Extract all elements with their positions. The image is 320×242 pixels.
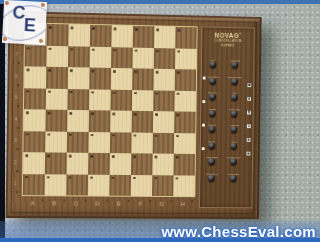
piece-sticker: ♞ xyxy=(247,138,251,142)
control-panel: NOVAG® CONSTELLATION EXPERT GoTake BackN… xyxy=(199,26,255,208)
panel-button-print-board[interactable] xyxy=(230,174,237,181)
square-a6[interactable] xyxy=(24,66,46,88)
led-sticker xyxy=(202,147,205,150)
photo-background: ABCDEFGH 12345678 NOVAG® CONSTELLATION E… xyxy=(0,0,320,242)
piece-symbol-stickers: ♚♛♜♝♞♟ xyxy=(246,83,251,155)
square-g5[interactable] xyxy=(153,90,175,112)
square-d7[interactable] xyxy=(90,46,112,68)
file-label-c: C xyxy=(65,198,87,208)
square-e8[interactable] xyxy=(111,25,133,47)
square-sensor-dot xyxy=(49,26,52,29)
panel-button-label: Sound xyxy=(209,108,215,110)
file-label-a: A xyxy=(22,198,44,208)
rank-label-6: 6 xyxy=(11,65,21,87)
square-b1[interactable] xyxy=(45,174,67,196)
square-g3[interactable] xyxy=(153,132,175,153)
file-label-e: E xyxy=(108,199,130,209)
square-g1[interactable] xyxy=(152,175,174,196)
model-name-line2: EXPERT xyxy=(213,43,243,46)
square-sensor-dot xyxy=(26,68,29,71)
square-sensor-dot xyxy=(156,71,158,74)
square-sensor-dot xyxy=(47,133,50,136)
square-f8[interactable] xyxy=(133,26,155,48)
panel-button-set-level[interactable] xyxy=(209,93,216,100)
square-sensor-dot xyxy=(48,90,51,93)
square-sensor-dot xyxy=(176,113,178,115)
square-sensor-dot xyxy=(69,155,71,158)
square-c2[interactable] xyxy=(67,153,89,175)
registered-mark: ® xyxy=(239,32,242,36)
square-f3[interactable] xyxy=(131,132,153,153)
panel-button-set-up[interactable] xyxy=(208,142,215,149)
square-c5[interactable] xyxy=(67,89,89,111)
square-g8[interactable] xyxy=(154,26,176,48)
square-b4[interactable] xyxy=(45,110,67,132)
board-squares xyxy=(22,22,198,197)
panel-button-solve-mate[interactable] xyxy=(231,110,238,117)
square-sensor-dot xyxy=(134,92,136,95)
square-a1[interactable] xyxy=(23,174,45,196)
rank-label-4: 4 xyxy=(11,108,21,130)
square-sensor-dot xyxy=(156,28,158,31)
square-sensor-dot xyxy=(48,112,51,115)
led-sticker xyxy=(202,124,205,127)
border-led xyxy=(18,62,20,64)
square-sensor-dot xyxy=(134,113,136,116)
square-f2[interactable] xyxy=(131,153,153,174)
square-d4[interactable] xyxy=(89,110,111,132)
square-h1[interactable] xyxy=(173,175,194,196)
piece-sticker: ♚ xyxy=(247,83,251,87)
border-led xyxy=(16,148,18,150)
square-f7[interactable] xyxy=(132,47,154,69)
square-h4[interactable] xyxy=(174,111,195,132)
square-sensor-dot xyxy=(155,134,157,136)
border-led xyxy=(128,200,130,202)
ce-logo-letter-e: E xyxy=(23,15,36,37)
square-sensor-dot xyxy=(91,134,93,137)
square-sensor-dot xyxy=(47,154,50,157)
square-sensor-dot xyxy=(49,47,52,50)
panel-button-go[interactable] xyxy=(210,61,217,68)
square-d8[interactable] xyxy=(90,25,112,47)
panel-button-hint[interactable] xyxy=(231,94,238,101)
square-sensor-dot xyxy=(177,50,179,53)
border-led xyxy=(16,170,18,172)
square-sensor-dot xyxy=(27,47,30,50)
square-sensor-dot xyxy=(26,133,29,136)
square-sensor-dot xyxy=(135,28,137,31)
border-led xyxy=(17,84,19,86)
square-c1[interactable] xyxy=(66,174,88,196)
square-sensor-dot xyxy=(25,154,28,157)
square-h5[interactable] xyxy=(174,90,195,111)
square-g7[interactable] xyxy=(154,48,176,70)
panel-button-auto-play[interactable] xyxy=(231,126,238,133)
border-led xyxy=(17,105,19,107)
panel-button-label: Trace Forward xyxy=(228,76,242,78)
square-sensor-dot xyxy=(176,135,178,137)
border-led-dots xyxy=(10,13,259,19)
panel-button-label: Clear Board xyxy=(206,157,218,159)
square-sensor-dot xyxy=(92,48,94,51)
file-label-h: H xyxy=(172,199,193,209)
square-c3[interactable] xyxy=(67,131,89,153)
square-a3[interactable] xyxy=(23,131,45,153)
file-label-b: B xyxy=(43,198,65,208)
piece-sticker: ♛ xyxy=(247,97,251,101)
ce-corner-mark xyxy=(5,1,9,5)
border-led xyxy=(191,200,193,202)
file-label-f: F xyxy=(130,199,151,209)
square-f1[interactable] xyxy=(131,175,153,196)
square-h2[interactable] xyxy=(174,154,195,175)
panel-button-sound[interactable] xyxy=(209,109,216,116)
piece-sticker: ♟ xyxy=(246,152,250,156)
file-label-d: D xyxy=(87,198,109,208)
square-c4[interactable] xyxy=(67,110,89,132)
border-led xyxy=(63,199,65,201)
square-sensor-dot xyxy=(26,111,29,114)
square-sensor-dot xyxy=(70,48,72,51)
panel-button-label: Solve Mate xyxy=(229,108,240,110)
square-a2[interactable] xyxy=(23,152,45,174)
square-sensor-dot xyxy=(69,133,71,136)
panel-button-print-moves[interactable] xyxy=(208,174,215,181)
led-sticker xyxy=(203,77,206,80)
bottom-border-strip xyxy=(0,238,320,242)
panel-button-label: Verify xyxy=(231,141,236,143)
border-led xyxy=(170,200,172,202)
square-sensor-dot xyxy=(90,176,92,178)
square-g6[interactable] xyxy=(153,69,175,91)
square-sensor-dot xyxy=(91,91,93,94)
square-sensor-dot xyxy=(155,113,157,115)
square-sensor-dot xyxy=(112,155,114,157)
square-b6[interactable] xyxy=(46,67,68,89)
square-sensor-dot xyxy=(113,70,115,73)
square-sensor-dot xyxy=(156,50,158,53)
square-d6[interactable] xyxy=(89,68,111,90)
square-sensor-dot xyxy=(135,49,137,52)
square-f5[interactable] xyxy=(132,90,154,112)
square-sensor-dot xyxy=(70,69,72,72)
panel-button-trace-forward[interactable] xyxy=(231,78,238,85)
panel-button-label: Hint xyxy=(233,92,237,94)
square-sensor-dot xyxy=(112,113,114,116)
square-e1[interactable] xyxy=(109,174,131,195)
border-led xyxy=(16,191,18,193)
square-sensor-dot xyxy=(133,177,135,179)
panel-button-label: Take Back xyxy=(230,60,240,62)
square-sensor-dot xyxy=(113,49,115,52)
ce-corner-mark xyxy=(41,3,45,7)
square-d1[interactable] xyxy=(88,174,110,195)
square-sensor-dot xyxy=(177,71,179,74)
square-sensor-dot xyxy=(155,92,157,95)
square-sensor-dot xyxy=(70,91,72,94)
square-sensor-dot xyxy=(47,176,50,179)
square-sensor-dot xyxy=(177,29,179,32)
square-e6[interactable] xyxy=(111,68,133,90)
square-b2[interactable] xyxy=(45,152,67,174)
square-sensor-dot xyxy=(177,92,179,94)
square-sensor-dot xyxy=(91,112,93,115)
square-sensor-dot xyxy=(114,27,116,30)
panel-button-label: Set Up xyxy=(209,140,216,142)
panel-button-label: Auto Play xyxy=(229,124,238,126)
panel-button-label: Referee xyxy=(208,124,216,126)
square-g4[interactable] xyxy=(153,111,175,132)
square-c6[interactable] xyxy=(68,67,90,89)
square-sensor-dot xyxy=(112,134,114,137)
border-led xyxy=(85,199,87,201)
panel-button-take-back[interactable] xyxy=(231,61,238,68)
square-sensor-dot xyxy=(133,134,135,136)
model-name-line1: CONSTELLATION xyxy=(213,39,243,42)
panel-button-referee[interactable] xyxy=(209,126,216,133)
panel-button-verify[interactable] xyxy=(230,142,237,149)
square-d2[interactable] xyxy=(88,153,110,175)
square-e3[interactable] xyxy=(110,132,132,154)
square-sensor-dot xyxy=(91,70,93,73)
panel-button-change-color[interactable] xyxy=(230,158,237,165)
square-sensor-dot xyxy=(175,177,177,179)
square-f4[interactable] xyxy=(132,111,154,133)
square-d3[interactable] xyxy=(88,132,110,154)
border-led xyxy=(41,199,43,201)
square-e2[interactable] xyxy=(110,153,132,174)
led-sticker xyxy=(202,100,205,103)
panel-button-new-game[interactable] xyxy=(209,77,216,84)
piece-sticker: ♝ xyxy=(247,124,251,128)
square-d5[interactable] xyxy=(89,89,111,111)
square-f6[interactable] xyxy=(132,68,154,90)
border-led xyxy=(106,200,108,202)
square-b5[interactable] xyxy=(46,88,68,110)
square-e7[interactable] xyxy=(111,47,133,69)
top-border-strip xyxy=(0,0,320,4)
square-sensor-dot xyxy=(25,176,28,179)
square-a4[interactable] xyxy=(24,109,46,131)
border-led xyxy=(149,200,151,202)
square-c7[interactable] xyxy=(68,46,90,68)
square-sensor-dot xyxy=(26,90,29,93)
square-sensor-dot xyxy=(69,112,71,115)
border-led xyxy=(17,127,19,129)
ce-logo: C E xyxy=(2,0,47,45)
panel-button-label: New Game xyxy=(207,76,218,78)
rank-labels: 12345678 xyxy=(10,22,22,194)
ce-corner-mark xyxy=(39,39,43,43)
square-b8[interactable] xyxy=(47,24,69,46)
square-e5[interactable] xyxy=(110,89,132,111)
square-sensor-dot xyxy=(70,26,72,29)
panel-button-label: Print Moves xyxy=(206,173,218,175)
square-a5[interactable] xyxy=(24,88,46,110)
square-sensor-dot xyxy=(154,156,156,158)
square-sensor-dot xyxy=(154,177,156,179)
square-sensor-dot xyxy=(133,155,135,157)
piece-sticker: ♜ xyxy=(247,111,251,115)
square-sensor-dot xyxy=(134,70,136,73)
square-c8[interactable] xyxy=(68,24,90,46)
square-h8[interactable] xyxy=(175,27,196,49)
panel-button-label: Change Color xyxy=(227,157,240,159)
panel-button-label: Set Level xyxy=(208,92,217,94)
square-e4[interactable] xyxy=(110,111,132,133)
square-sensor-dot xyxy=(68,176,70,179)
square-h6[interactable] xyxy=(175,69,196,91)
square-sensor-dot xyxy=(113,91,115,94)
panel-buttons: GoTake BackNew GameTrace ForwardSet Leve… xyxy=(200,57,246,187)
square-h7[interactable] xyxy=(175,48,196,70)
square-sensor-dot xyxy=(111,176,113,178)
ce-corner-mark xyxy=(3,37,7,41)
panel-button-label: Print Board xyxy=(228,173,239,175)
square-sensor-dot xyxy=(90,155,92,158)
square-b7[interactable] xyxy=(46,45,68,67)
square-a7[interactable] xyxy=(25,45,47,67)
square-sensor-dot xyxy=(92,27,94,30)
file-label-g: G xyxy=(151,199,172,209)
square-b3[interactable] xyxy=(45,131,67,153)
square-h3[interactable] xyxy=(174,133,195,154)
panel-button-clear-board[interactable] xyxy=(208,158,215,165)
square-sensor-dot xyxy=(176,156,178,158)
square-g2[interactable] xyxy=(152,154,174,175)
square-sensor-dot xyxy=(48,69,51,72)
rank-label-2: 2 xyxy=(10,151,20,173)
